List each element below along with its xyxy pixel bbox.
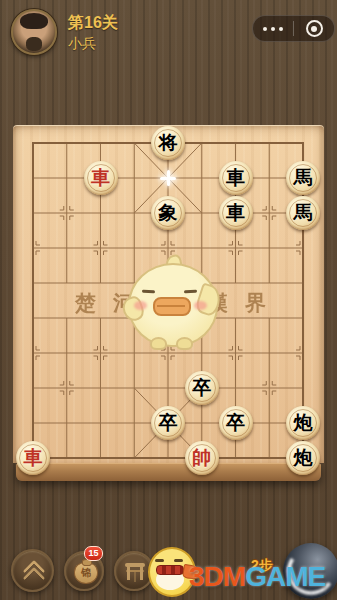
xiangqi-piece-車[interactable]: 車 [219, 161, 253, 195]
xiangqi-piece-卒[interactable]: 卒 [185, 371, 219, 405]
chick-beak-band [156, 565, 184, 575]
xiangqi-piece-象[interactable]: 象 [151, 196, 185, 230]
watermark: 3DMGAME [189, 561, 325, 593]
player-avatar[interactable] [11, 9, 57, 55]
xiangqi-piece-帥[interactable]: 帥 [185, 441, 219, 475]
player-rank-label: 小兵 [68, 35, 96, 53]
xiangqi-piece-車[interactable]: 車 [219, 196, 253, 230]
level-title: 第16关 [68, 13, 118, 34]
xiangqi-piece-車[interactable]: 車 [84, 161, 118, 195]
xiangqi-piece-将[interactable]: 将 [151, 126, 185, 160]
xiangqi-piece-卒[interactable]: 卒 [219, 406, 253, 440]
watermark-3dm: 3DM [189, 561, 245, 592]
app-screen: 第16关 小兵 楚 河 漢 界 将車車馬象車馬卒卒卒炮車帥炮 锦 15 [0, 0, 337, 600]
xiangqi-piece-馬[interactable]: 馬 [286, 196, 320, 230]
more-button[interactable] [253, 16, 293, 41]
target-icon [306, 20, 323, 37]
close-minimize-button[interactable] [294, 16, 334, 41]
bag-count-badge: 15 [84, 546, 103, 561]
board-3d-edge [16, 463, 321, 481]
xiangqi-piece-馬[interactable]: 馬 [286, 161, 320, 195]
chick-mascot [126, 257, 216, 345]
xiangqi-piece-炮[interactable]: 炮 [286, 441, 320, 475]
xiangqi-piece-炮[interactable]: 炮 [286, 406, 320, 440]
watermark-game: GAME [245, 561, 325, 592]
river-text: 界 [245, 289, 266, 317]
river-text: 楚 [75, 289, 96, 317]
collapse-toolbar-button[interactable] [11, 549, 54, 592]
chick-beak [153, 297, 191, 316]
money-bag-icon: 锦 [74, 562, 98, 584]
bridge-icon [125, 563, 145, 580]
xiangqi-piece-車[interactable]: 車 [16, 441, 50, 475]
xiangqi-piece-卒[interactable]: 卒 [151, 406, 185, 440]
wechat-capsule [252, 15, 335, 42]
